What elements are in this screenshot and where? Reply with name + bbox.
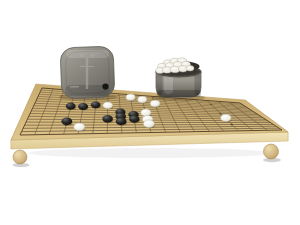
stone-black-F12[interactable] [91,101,101,108]
stone-black-H5[interactable] [116,118,127,126]
closed-bowl-highlight [66,50,109,58]
board-foot-left [13,150,27,164]
closed-bowl-lid-dot [102,83,108,89]
stone-black-D5[interactable] [61,118,72,126]
stone-white-E3[interactable] [74,123,85,131]
stone-white-Q7[interactable] [221,114,232,121]
scene [0,0,300,225]
open-bowl [156,58,201,97]
stone-black-D11[interactable] [66,103,76,110]
stone-white-K4[interactable] [143,120,154,128]
stone-black-J6[interactable] [129,115,140,122]
stone-black-G6[interactable] [102,115,113,122]
closed-bowl [60,46,115,99]
board-foot-right [264,144,279,159]
stone-white-K9[interactable] [141,109,151,116]
stone-white-J17[interactable] [126,94,135,100]
white-stone-pile [156,58,194,74]
stone-white-G12[interactable] [103,102,113,109]
board-ground-shadow [28,148,272,158]
go-set-photo [0,0,300,225]
stone-white-L14[interactable] [150,100,160,107]
stone-black-E11[interactable] [78,103,88,110]
bowl-white-stone [186,65,194,71]
open-bowl-bottom-shade [157,90,201,97]
stone-white-K16[interactable] [138,96,147,103]
